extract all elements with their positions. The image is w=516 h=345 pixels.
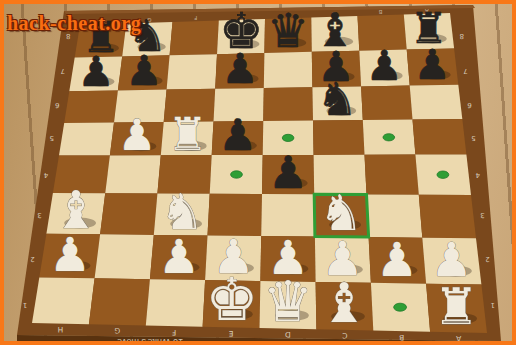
file-label-bottom-G: G — [114, 326, 120, 335]
piece-black-pawn-h7[interactable]: ♟ — [77, 48, 114, 96]
piece-white-pawn-b2[interactable]: ♟ — [376, 232, 418, 287]
file-label-bottom-H: H — [58, 325, 64, 334]
piece-white-pawn-h2[interactable]: ♟ — [49, 227, 91, 282]
square-a6[interactable] — [410, 85, 463, 120]
chess-board[interactable]: HGFEDCBAHGFEDCBA1122334455667788♜♝♛♚♞♜♟♟… — [4, 4, 516, 345]
rank-label-right-8: 8 — [459, 32, 463, 40]
piece-white-rook-a1[interactable]: ♜ — [434, 277, 479, 336]
watermark-text: hack-cheat.org — [7, 12, 141, 35]
piece-white-pawn-g5[interactable]: ♟ — [118, 110, 157, 160]
piece-white-rook-f5[interactable]: ♜ — [167, 108, 208, 161]
file-label-top-B: B — [378, 9, 382, 15]
move-status-text: 10 White's move — [99, 337, 201, 345]
square-h1[interactable] — [32, 277, 95, 324]
square-b4[interactable] — [365, 155, 419, 195]
square-h5[interactable] — [59, 122, 114, 155]
legal-move-dot-b5[interactable] — [383, 134, 395, 141]
file-label-top-F: F — [194, 15, 197, 21]
square-f7[interactable] — [167, 54, 217, 89]
rank-label-left-7: 7 — [60, 67, 64, 75]
piece-black-pawn-e5[interactable]: ♟ — [218, 110, 257, 160]
rank-label-right-7: 7 — [463, 67, 467, 75]
piece-white-queen-d1[interactable]: ♛ — [263, 269, 313, 334]
rank-label-left-3: 3 — [37, 211, 41, 219]
rank-label-left-1: 1 — [23, 301, 27, 309]
rank-label-right-1: 1 — [490, 301, 494, 309]
legal-move-dot-b1[interactable] — [394, 303, 407, 311]
rank-label-left-6: 6 — [54, 101, 59, 109]
difficulty-label: BEGINNER — [327, 339, 425, 345]
rank-label-right-5: 5 — [471, 134, 475, 142]
file-label-bottom-F: F — [172, 328, 176, 337]
piece-black-pawn-e7[interactable]: ♟ — [222, 45, 259, 93]
legal-move-dot-a4[interactable] — [437, 171, 449, 178]
legal-move-dot-d5[interactable] — [282, 134, 294, 141]
square-g3[interactable] — [100, 193, 157, 235]
piece-black-pawn-b7[interactable]: ♟ — [366, 42, 403, 90]
piece-black-knight-c6[interactable]: ♞ — [317, 73, 358, 126]
rank-label-right-6: 6 — [467, 101, 472, 109]
piece-black-pawn-g7[interactable]: ♟ — [126, 47, 163, 95]
rank-label-right-2: 2 — [485, 255, 489, 263]
rank-label-right-3: 3 — [480, 211, 484, 219]
piece-black-pawn-d4[interactable]: ♟ — [268, 147, 308, 198]
square-f1[interactable] — [146, 279, 205, 327]
square-g4[interactable] — [105, 155, 161, 193]
square-b6[interactable] — [361, 86, 412, 121]
piece-black-queen-d8[interactable]: ♛ — [267, 4, 309, 58]
piece-white-king-e1[interactable]: ♚ — [206, 265, 259, 334]
piece-black-pawn-a7[interactable]: ♟ — [414, 41, 451, 89]
rank-label-left-2: 2 — [30, 255, 34, 263]
square-a5[interactable] — [413, 119, 467, 155]
rank-label-left-5: 5 — [50, 134, 54, 142]
square-g2[interactable] — [95, 234, 154, 279]
legal-move-dot-e4[interactable] — [231, 171, 243, 178]
piece-white-bishop-c1[interactable]: ♝ — [319, 271, 368, 335]
chess-app-screenshot: HGFEDCBAHGFEDCBA1122334455667788♜♝♛♚♞♜♟♟… — [0, 0, 516, 345]
square-f8[interactable] — [170, 21, 219, 56]
square-g1[interactable] — [89, 278, 150, 325]
square-d6[interactable] — [263, 87, 313, 121]
rank-label-left-4: 4 — [43, 171, 48, 179]
piece-white-pawn-f2[interactable]: ♟ — [158, 229, 200, 284]
rank-label-right-4: 4 — [475, 171, 480, 179]
